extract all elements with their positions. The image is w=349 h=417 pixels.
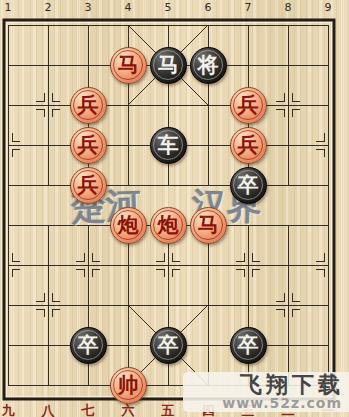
piece-red-horse[interactable]: 马 [110,47,147,84]
piece-character: 兵 [238,94,259,116]
piece-character: 卒 [158,334,179,356]
piece-character: 马 [198,214,219,236]
piece-black-general[interactable]: 将 [190,47,227,84]
watermark-url: www.52z.com [183,396,349,411]
piece-red-cannon[interactable]: 炮 [150,207,187,244]
piece-character: 车 [158,134,179,156]
piece-layer: 马马将兵兵兵车兵兵卒炮炮马卒卒卒帅 [0,5,348,405]
piece-black-horse[interactable]: 马 [150,47,187,84]
piece-character: 卒 [78,334,99,356]
piece-red-soldier[interactable]: 兵 [230,87,267,124]
piece-red-soldier[interactable]: 兵 [70,167,107,204]
watermark: 飞翔下载 www.52z.com [183,372,349,412]
piece-black-soldier[interactable]: 卒 [70,327,107,364]
piece-character: 兵 [78,174,99,196]
piece-character: 卒 [238,334,259,356]
piece-character: 马 [158,54,179,76]
piece-character: 兵 [78,134,99,156]
piece-black-chariot[interactable]: 车 [150,127,187,164]
piece-character: 将 [198,54,219,76]
piece-black-soldier[interactable]: 卒 [230,167,267,204]
piece-character: 兵 [238,134,259,156]
watermark-title: 飞翔下载 [183,373,349,396]
piece-character: 马 [118,54,139,76]
piece-character: 炮 [118,214,139,236]
xiangqi-board-screenshot: 123456789 九八七六五四三二一 楚河 汉界 马马将兵兵兵车兵兵卒炮炮马卒… [0,0,349,417]
piece-character: 帅 [118,374,139,396]
piece-red-soldier[interactable]: 兵 [70,127,107,164]
piece-red-cannon[interactable]: 炮 [110,207,147,244]
piece-black-soldier[interactable]: 卒 [150,327,187,364]
piece-black-soldier[interactable]: 卒 [230,327,267,364]
piece-character: 兵 [78,94,99,116]
piece-red-soldier[interactable]: 兵 [70,87,107,124]
piece-red-soldier[interactable]: 兵 [230,127,267,164]
piece-red-general[interactable]: 帅 [110,367,147,404]
piece-character: 炮 [158,214,179,236]
piece-red-horse[interactable]: 马 [190,207,227,244]
piece-character: 卒 [238,174,259,196]
